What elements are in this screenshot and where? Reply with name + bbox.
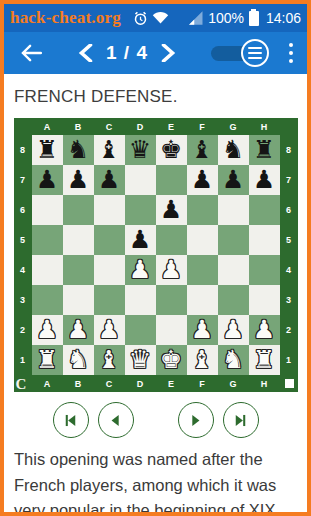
square-c4[interactable] [94, 255, 125, 285]
coordinate-label: 4 [14, 255, 32, 285]
coordinate-label: 7 [14, 165, 32, 195]
black-knight: ♞ [67, 135, 89, 165]
square-e7[interactable] [156, 165, 187, 195]
square-e4[interactable]: ♟ [156, 255, 187, 285]
square-g7[interactable]: ♟ [218, 165, 249, 195]
coordinate-label: E [156, 375, 187, 392]
square-e8[interactable]: ♚ [156, 135, 187, 165]
white-pawn: ♟ [253, 315, 275, 345]
content: FRENCH DEFENSE. ABCDEFGH ABCDEFGH 876543… [4, 74, 307, 516]
square-f2[interactable]: ♟ [187, 315, 218, 345]
coordinate-label: 5 [280, 225, 298, 255]
coordinate-label: 8 [280, 135, 298, 165]
square-g4[interactable] [218, 255, 249, 285]
black-knight: ♞ [222, 135, 244, 165]
black-bishop: ♝ [191, 135, 213, 165]
square-f8[interactable]: ♝ [187, 135, 218, 165]
square-c6[interactable] [94, 195, 125, 225]
toolbar: 1 / 4 [4, 32, 307, 74]
coordinate-label: 4 [280, 255, 298, 285]
file-labels-top: ABCDEFGH [32, 118, 280, 135]
square-g5[interactable] [218, 225, 249, 255]
white-pawn: ♟ [67, 315, 89, 345]
square-h7[interactable]: ♟ [249, 165, 280, 195]
page-navigation: 1 / 4 [74, 40, 180, 66]
battery-icon [249, 11, 259, 26]
white-bishop: ♝ [98, 345, 120, 375]
square-e5[interactable] [156, 225, 187, 255]
square-f4[interactable] [187, 255, 218, 285]
square-d6[interactable] [125, 195, 156, 225]
coordinate-label: 3 [14, 285, 32, 315]
previous-icon [106, 411, 125, 430]
clock-text: 14:06 [266, 10, 301, 26]
first-move-button[interactable] [53, 402, 89, 438]
square-c2[interactable]: ♟ [94, 315, 125, 345]
coordinate-label: G [218, 118, 249, 135]
white-king: ♚ [160, 345, 182, 375]
coordinate-label: 3 [280, 285, 298, 315]
square-f1[interactable]: ♝ [187, 345, 218, 375]
page-title: FRENCH DEFENSE. [4, 74, 307, 118]
file-labels-bottom: ABCDEFGH [32, 375, 280, 392]
sim-card-icon: 1 [173, 11, 185, 26]
previous-move-button[interactable] [98, 402, 134, 438]
square-b3[interactable] [63, 285, 94, 315]
skip-to-start-icon [61, 411, 80, 430]
square-d7[interactable] [125, 165, 156, 195]
square-h2[interactable]: ♟ [249, 315, 280, 345]
board-logo-mark: C [16, 376, 27, 393]
square-h1[interactable]: ♜ [249, 345, 280, 375]
square-f6[interactable] [187, 195, 218, 225]
white-queen: ♛ [129, 345, 151, 375]
square-d4[interactable]: ♟ [125, 255, 156, 285]
coordinate-label: C [94, 375, 125, 392]
next-icon [186, 411, 205, 430]
back-arrow-icon[interactable] [14, 44, 48, 62]
status-icons: 1 100% 14:06 [133, 10, 301, 26]
black-king: ♚ [160, 135, 182, 165]
black-pawn: ♟ [98, 165, 120, 195]
white-pawn: ♟ [191, 315, 213, 345]
skip-to-end-icon [231, 411, 250, 430]
white-bishop: ♝ [191, 345, 213, 375]
white-rook: ♜ [36, 345, 58, 375]
square-f3[interactable] [187, 285, 218, 315]
square-a4[interactable] [32, 255, 63, 285]
list-toggle-icon [241, 39, 269, 67]
square-a5[interactable] [32, 225, 63, 255]
black-pawn: ♟ [129, 225, 151, 255]
next-move-button[interactable] [178, 402, 214, 438]
square-a7[interactable]: ♟ [32, 165, 63, 195]
square-h6[interactable] [249, 195, 280, 225]
square-d1[interactable]: ♛ [125, 345, 156, 375]
square-b2[interactable]: ♟ [63, 315, 94, 345]
square-d3[interactable] [125, 285, 156, 315]
square-c1[interactable]: ♝ [94, 345, 125, 375]
coordinate-label: 1 [280, 345, 298, 375]
black-pawn: ♟ [36, 165, 58, 195]
alarm-icon [133, 11, 148, 26]
coordinate-label: B [63, 118, 94, 135]
black-pawn: ♟ [222, 165, 244, 195]
square-b5[interactable] [63, 225, 94, 255]
coordinate-label: 6 [280, 195, 298, 225]
square-c8[interactable]: ♝ [94, 135, 125, 165]
square-c3[interactable] [94, 285, 125, 315]
coordinate-label: 2 [280, 315, 298, 345]
square-g3[interactable] [218, 285, 249, 315]
square-b8[interactable]: ♞ [63, 135, 94, 165]
coordinate-label: H [249, 375, 280, 392]
coordinate-label: 6 [14, 195, 32, 225]
coordinate-label: D [125, 375, 156, 392]
opening-description: This opening was named after the French … [4, 438, 307, 516]
white-pawn: ♟ [160, 255, 182, 285]
black-pawn: ♟ [191, 165, 213, 195]
coordinate-label: B [63, 375, 94, 392]
page-indicator: 1 / 4 [106, 42, 148, 64]
square-c5[interactable] [94, 225, 125, 255]
rank-labels-left: 87654321 [14, 135, 32, 375]
coordinate-label: E [156, 118, 187, 135]
square-a6[interactable] [32, 195, 63, 225]
square-g2[interactable]: ♟ [218, 315, 249, 345]
coordinate-label: 5 [14, 225, 32, 255]
square-h3[interactable] [249, 285, 280, 315]
black-pawn: ♟ [160, 195, 182, 225]
signal-strength-icon [189, 11, 204, 25]
rank-labels-right: 87654321 [280, 135, 298, 375]
square-e3[interactable] [156, 285, 187, 315]
square-d8[interactable]: ♛ [125, 135, 156, 165]
black-queen: ♛ [129, 135, 151, 165]
overflow-menu-icon[interactable] [285, 41, 298, 66]
square-g1[interactable]: ♞ [218, 345, 249, 375]
square-a2[interactable]: ♟ [32, 315, 63, 345]
coordinate-label: C [94, 118, 125, 135]
coordinate-label: 7 [280, 165, 298, 195]
coordinate-label: H [249, 118, 280, 135]
white-knight: ♞ [67, 345, 89, 375]
square-c7[interactable]: ♟ [94, 165, 125, 195]
coordinate-label: D [125, 118, 156, 135]
chevron-right-icon[interactable] [158, 40, 180, 66]
coordinate-label: A [32, 118, 63, 135]
square-b6[interactable] [63, 195, 94, 225]
square-h4[interactable] [249, 255, 280, 285]
square-a3[interactable] [32, 285, 63, 315]
white-pawn: ♟ [98, 315, 120, 345]
square-b4[interactable] [63, 255, 94, 285]
square-d2[interactable] [125, 315, 156, 345]
coordinate-label: A [32, 375, 63, 392]
black-rook: ♜ [253, 135, 275, 165]
square-f7[interactable]: ♟ [187, 165, 218, 195]
coordinate-label: 8 [14, 135, 32, 165]
coordinate-label: G [218, 375, 249, 392]
black-pawn: ♟ [67, 165, 89, 195]
move-controls [4, 402, 307, 438]
black-rook: ♜ [36, 135, 58, 165]
black-bishop: ♝ [98, 135, 120, 165]
white-pawn: ♟ [222, 315, 244, 345]
square-a8[interactable]: ♜ [32, 135, 63, 165]
white-pawn: ♟ [36, 315, 58, 345]
coordinate-label: 1 [14, 345, 32, 375]
watermark-text: hack-cheat.org [10, 8, 121, 28]
square-h8[interactable]: ♜ [249, 135, 280, 165]
square-g6[interactable] [218, 195, 249, 225]
coordinate-label: F [187, 375, 218, 392]
coordinate-label: F [187, 118, 218, 135]
status-bar: hack-cheat.org 1 100% 14:06 [4, 4, 307, 32]
square-b7[interactable]: ♟ [63, 165, 94, 195]
white-pawn: ♟ [129, 255, 151, 285]
square-g8[interactable]: ♞ [218, 135, 249, 165]
square-e2[interactable] [156, 315, 187, 345]
battery-percent: 100% [208, 10, 244, 26]
list-toggle[interactable] [211, 38, 269, 68]
square-h5[interactable] [249, 225, 280, 255]
white-knight: ♞ [222, 345, 244, 375]
square-e1[interactable]: ♚ [156, 345, 187, 375]
board-squares: ♜♞♝♛♚♝♞♜♟♟♟♟♟♟♟♟♟♟♟♟♟♟♟♟♜♞♝♛♚♝♞♜ [32, 135, 280, 375]
wifi-icon [152, 11, 169, 25]
coordinate-label: 2 [14, 315, 32, 345]
side-to-move-indicator [285, 379, 294, 388]
square-f5[interactable] [187, 225, 218, 255]
white-rook: ♜ [253, 345, 275, 375]
watermark-frame: hack-cheat.org 1 100% 14:06 [0, 0, 311, 516]
chess-board: ABCDEFGH ABCDEFGH 87654321 87654321 ♜♞♝♛… [14, 118, 298, 392]
chevron-left-icon[interactable] [74, 40, 96, 66]
last-move-button[interactable] [223, 402, 259, 438]
square-a1[interactable]: ♜ [32, 345, 63, 375]
square-e6[interactable]: ♟ [156, 195, 187, 225]
black-pawn: ♟ [253, 165, 275, 195]
square-b1[interactable]: ♞ [63, 345, 94, 375]
square-d5[interactable]: ♟ [125, 225, 156, 255]
